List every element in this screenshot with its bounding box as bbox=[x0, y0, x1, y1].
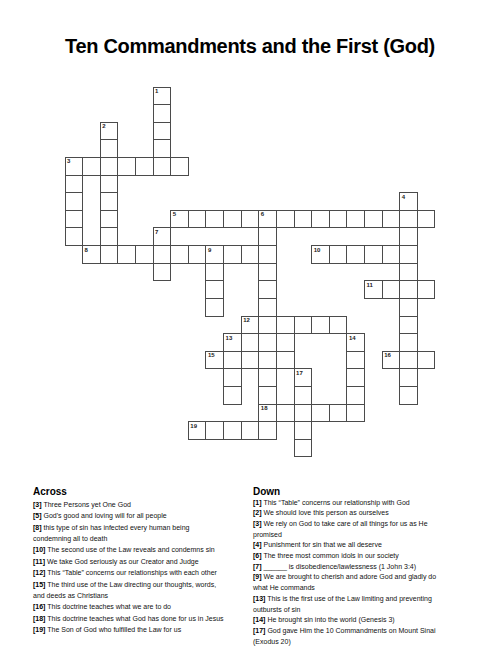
grid-cell-r0c5[interactable]: 1 bbox=[153, 87, 172, 106]
page-title: Ten Commandments and the First (God) bbox=[0, 35, 500, 58]
cell-number-19: 19 bbox=[190, 423, 197, 429]
grid-cell-r13c11[interactable] bbox=[258, 316, 277, 335]
cell-number-2: 2 bbox=[102, 123, 105, 129]
down-header: Down bbox=[253, 486, 280, 497]
cell-number-9: 9 bbox=[208, 247, 211, 253]
clue-line: [15] The third use of the Law directing … bbox=[33, 579, 249, 590]
grid-cell-r7c18[interactable] bbox=[382, 210, 401, 229]
clue-line: [5] God's good and loving will for all p… bbox=[33, 510, 249, 521]
grid-cell-r7c10[interactable] bbox=[241, 210, 260, 229]
grid-cell-r18c13[interactable] bbox=[294, 404, 313, 423]
grid-cell-r13c19[interactable] bbox=[399, 316, 418, 335]
grid-cell-r9c19[interactable] bbox=[399, 245, 418, 264]
clue-line: [7] ______ is disobedience/lawlessness (… bbox=[253, 562, 477, 573]
grid-cell-r15c8[interactable]: 15 bbox=[205, 351, 224, 370]
grid-cell-r5c0[interactable] bbox=[65, 175, 84, 194]
grid-cell-r14c12[interactable] bbox=[276, 333, 295, 352]
clue-down-17: [17] God gave Him the 10 Commandments on… bbox=[253, 626, 477, 647]
grid-cell-r19c13[interactable] bbox=[294, 421, 313, 440]
grid-cell-r9c15[interactable] bbox=[329, 245, 348, 264]
grid-cell-r2c5[interactable] bbox=[153, 122, 172, 141]
grid-cell-r10c5[interactable] bbox=[153, 263, 172, 282]
clue-line: [13] This is the first use of the Law li… bbox=[253, 594, 477, 605]
grid-cell-r19c11[interactable] bbox=[258, 421, 277, 440]
cell-number-4: 4 bbox=[402, 194, 405, 200]
clue-across-5: [5] God's good and loving will for all p… bbox=[33, 510, 249, 521]
clue-down-2: [2] We should love this person as oursel… bbox=[253, 508, 477, 519]
grid-cell-r3c2[interactable] bbox=[100, 139, 119, 158]
grid-cell-r13c12[interactable] bbox=[276, 316, 295, 335]
grid-cell-r4c1[interactable] bbox=[82, 157, 101, 176]
clue-across-16: [16] This doctrine teaches what we are t… bbox=[33, 601, 249, 612]
cell-number-7: 7 bbox=[155, 229, 158, 235]
grid-cell-r7c2[interactable] bbox=[100, 210, 119, 229]
crossword-grid: 12345678910111213141516171819 bbox=[65, 87, 436, 458]
grid-cell-r13c14[interactable] bbox=[311, 316, 330, 335]
grid-cell-r14c11[interactable] bbox=[258, 333, 277, 352]
grid-cell-r7c11[interactable]: 6 bbox=[258, 210, 277, 229]
grid-cell-r9c7[interactable] bbox=[188, 245, 207, 264]
grid-cell-r16c9[interactable] bbox=[223, 368, 242, 387]
grid-cell-r8c2[interactable] bbox=[100, 227, 119, 246]
grid-cell-r15c11[interactable] bbox=[258, 351, 277, 370]
grid-cell-r17c13[interactable] bbox=[294, 386, 313, 405]
grid-cell-r12c19[interactable] bbox=[399, 298, 418, 317]
grid-cell-r15c16[interactable] bbox=[346, 351, 365, 370]
grid-cell-r19c10[interactable] bbox=[241, 421, 260, 440]
cell-number-13: 13 bbox=[226, 335, 233, 341]
grid-cell-r19c8[interactable] bbox=[205, 421, 224, 440]
grid-cell-r5c2[interactable] bbox=[100, 175, 119, 194]
across-header: Across bbox=[33, 486, 67, 497]
grid-cell-r16c13[interactable]: 17 bbox=[294, 368, 313, 387]
clue-line: [16] This doctrine teaches what we are t… bbox=[33, 601, 249, 612]
grid-cell-r7c17[interactable] bbox=[364, 210, 383, 229]
grid-cell-r9c9[interactable] bbox=[223, 245, 242, 264]
grid-cell-r4c0[interactable]: 3 bbox=[65, 157, 84, 176]
grid-cell-r15c19[interactable] bbox=[399, 351, 418, 370]
grid-cell-r15c9[interactable] bbox=[223, 351, 242, 370]
cell-number-15: 15 bbox=[208, 352, 215, 358]
clue-down-9: [9] We are brought to cherish and adore … bbox=[253, 572, 477, 593]
clue-down-13: [13] This is the first use of the Law li… bbox=[253, 594, 477, 615]
clue-across-12: [12] This “Table” concerns our relations… bbox=[33, 567, 249, 578]
clue-line: [6] The three most common idols in our s… bbox=[253, 551, 477, 562]
clue-line-wrap: and deeds as Christians bbox=[33, 590, 249, 601]
clue-line-wrap: condemning all to death bbox=[33, 533, 249, 544]
grid-cell-r18c11[interactable]: 18 bbox=[258, 404, 277, 423]
grid-cell-r15c12[interactable] bbox=[276, 351, 295, 370]
clue-line-wrap: (Exodus 20) bbox=[253, 637, 477, 647]
grid-cell-r7c20[interactable] bbox=[417, 210, 436, 229]
grid-cell-r9c11[interactable] bbox=[258, 245, 277, 264]
grid-cell-r9c8[interactable]: 9 bbox=[205, 245, 224, 264]
grid-cell-r4c5[interactable] bbox=[153, 157, 172, 176]
grid-cell-r9c5[interactable] bbox=[153, 245, 172, 264]
grid-cell-r17c11[interactable] bbox=[258, 386, 277, 405]
grid-cell-r6c0[interactable] bbox=[65, 192, 84, 211]
cell-number-5: 5 bbox=[173, 211, 176, 217]
grid-cell-r9c18[interactable] bbox=[382, 245, 401, 264]
grid-cell-r16c19[interactable] bbox=[399, 368, 418, 387]
grid-cell-r14c10[interactable] bbox=[241, 333, 260, 352]
grid-cell-r17c9[interactable] bbox=[223, 386, 242, 405]
grid-cell-r10c8[interactable] bbox=[205, 263, 224, 282]
grid-cell-r7c9[interactable] bbox=[223, 210, 242, 229]
clue-across-8: [8] this type of sin has infected every … bbox=[33, 522, 249, 545]
grid-cell-r1c5[interactable] bbox=[153, 104, 172, 123]
grid-cell-r9c4[interactable] bbox=[135, 245, 154, 264]
grid-cell-r18c16[interactable] bbox=[346, 404, 365, 423]
grid-cell-r9c17[interactable] bbox=[364, 245, 383, 264]
grid-cell-r10c19[interactable] bbox=[399, 263, 418, 282]
grid-cell-r18c12[interactable] bbox=[276, 404, 295, 423]
clue-across-3: [3] Three Persons yet One God bbox=[33, 499, 249, 510]
grid-cell-r4c3[interactable] bbox=[117, 157, 136, 176]
clue-line: [8] this type of sin has infected every … bbox=[33, 522, 249, 533]
grid-cell-r11c19[interactable] bbox=[399, 280, 418, 299]
grid-cell-r9c10[interactable] bbox=[241, 245, 260, 264]
grid-cell-r7c0[interactable] bbox=[65, 210, 84, 229]
clue-line: [12] This “Table” concerns our relations… bbox=[33, 567, 249, 578]
cell-number-6: 6 bbox=[261, 211, 264, 217]
grid-cell-r19c7[interactable]: 19 bbox=[188, 421, 207, 440]
grid-cell-r3c5[interactable] bbox=[153, 139, 172, 158]
clue-line: [9] We are brought to cherish and adore … bbox=[253, 572, 477, 583]
grid-cell-r9c14[interactable]: 10 bbox=[311, 245, 330, 264]
grid-cell-r15c20[interactable] bbox=[417, 351, 436, 370]
clue-line: [11] We take God seriously as our Creato… bbox=[33, 556, 249, 567]
grid-cell-r13c13[interactable] bbox=[294, 316, 313, 335]
clue-across-18: [18] This doctrine teaches what God has … bbox=[33, 613, 249, 624]
grid-cell-r11c20[interactable] bbox=[417, 280, 436, 299]
grid-cell-r7c19[interactable] bbox=[399, 210, 418, 229]
clue-line-wrap: outbursts of sin bbox=[253, 605, 477, 616]
cell-number-12: 12 bbox=[243, 317, 250, 323]
grid-cell-r18c15[interactable] bbox=[329, 404, 348, 423]
cell-number-1: 1 bbox=[155, 88, 158, 94]
grid-cell-r9c16[interactable] bbox=[346, 245, 365, 264]
clue-line: [17] God gave Him the 10 Commandments on… bbox=[253, 626, 477, 637]
cell-number-14: 14 bbox=[349, 335, 356, 341]
grid-cell-r14c9[interactable]: 13 bbox=[223, 333, 242, 352]
clue-across-19: [19] The Son of God who fulfilled the La… bbox=[33, 624, 249, 635]
grid-cell-r15c18[interactable]: 16 bbox=[382, 351, 401, 370]
clue-line: [14] He brought sin into the world (Gene… bbox=[253, 615, 477, 626]
clue-line: [19] The Son of God who fulfilled the La… bbox=[33, 624, 249, 635]
across-clues: [3] Three Persons yet One God[5] God's g… bbox=[33, 499, 249, 635]
clue-line: [2] We should love this person as oursel… bbox=[253, 508, 477, 519]
grid-cell-r7c6[interactable]: 5 bbox=[170, 210, 189, 229]
down-clues: [1] This “Table” concerns our relationsh… bbox=[253, 498, 477, 647]
clue-down-14: [14] He brought sin into the world (Gene… bbox=[253, 615, 477, 626]
grid-cell-r4c4[interactable] bbox=[135, 157, 154, 176]
grid-cell-r20c13[interactable] bbox=[294, 439, 313, 458]
clue-line-wrap: what He commands bbox=[253, 583, 477, 594]
clue-across-11: [11] We take God seriously as our Creato… bbox=[33, 556, 249, 567]
grid-cell-r7c14[interactable] bbox=[311, 210, 330, 229]
grid-cell-r11c17[interactable]: 11 bbox=[364, 280, 383, 299]
grid-cell-r9c6[interactable] bbox=[170, 245, 189, 264]
grid-cell-r7c7[interactable] bbox=[188, 210, 207, 229]
grid-cell-r7c13[interactable] bbox=[294, 210, 313, 229]
cell-number-3: 3 bbox=[67, 158, 70, 164]
clue-across-15: [15] The third use of the Law directing … bbox=[33, 579, 249, 602]
clue-down-1: [1] This “Table” concerns our relationsh… bbox=[253, 498, 477, 509]
grid-cell-r8c0[interactable] bbox=[65, 227, 84, 246]
grid-cell-r16c16[interactable] bbox=[346, 368, 365, 387]
grid-cell-r7c15[interactable] bbox=[329, 210, 348, 229]
clue-down-3: [3] We rely on God to take care of all t… bbox=[253, 519, 477, 540]
grid-cell-r14c16[interactable]: 14 bbox=[346, 333, 365, 352]
grid-cell-r12c8[interactable] bbox=[205, 298, 224, 317]
clue-line-wrap: promised bbox=[253, 530, 477, 541]
clue-across-10: [10] The second use of the Law reveals a… bbox=[33, 544, 249, 555]
cell-number-17: 17 bbox=[296, 370, 303, 376]
grid-cell-r4c6[interactable] bbox=[170, 157, 189, 176]
grid-cell-r8c19[interactable] bbox=[399, 227, 418, 246]
cell-number-18: 18 bbox=[261, 405, 268, 411]
clue-down-6: [6] The three most common idols in our s… bbox=[253, 551, 477, 562]
cell-number-11: 11 bbox=[367, 282, 373, 288]
clue-down-4: [4] Punishment for sin that we all deser… bbox=[253, 540, 477, 551]
grid-cell-r13c10[interactable]: 12 bbox=[241, 316, 260, 335]
clue-line: [1] This “Table” concerns our relationsh… bbox=[253, 498, 477, 509]
grid-cell-r11c8[interactable] bbox=[205, 280, 224, 299]
grid-cell-r19c9[interactable] bbox=[223, 421, 242, 440]
grid-cell-r8c5[interactable]: 7 bbox=[153, 227, 172, 246]
grid-cell-r17c19[interactable] bbox=[399, 386, 418, 405]
grid-cell-r11c11[interactable] bbox=[258, 280, 277, 299]
grid-cell-r9c2[interactable] bbox=[100, 245, 119, 264]
grid-cell-r14c19[interactable] bbox=[399, 333, 418, 352]
grid-cell-r8c11[interactable] bbox=[258, 227, 277, 246]
cell-number-16: 16 bbox=[384, 352, 391, 358]
grid-cell-r17c16[interactable] bbox=[346, 386, 365, 405]
grid-cell-r4c2[interactable] bbox=[100, 157, 119, 176]
grid-cell-r10c11[interactable] bbox=[258, 263, 277, 282]
grid-cell-r13c15[interactable] bbox=[329, 316, 348, 335]
grid-cell-r9c1[interactable]: 8 bbox=[82, 245, 101, 264]
grid-cell-r12c11[interactable] bbox=[258, 298, 277, 317]
grid-cell-r6c2[interactable] bbox=[100, 192, 119, 211]
clue-line: [10] The second use of the Law reveals a… bbox=[33, 544, 249, 555]
grid-cell-r9c3[interactable] bbox=[117, 245, 136, 264]
grid-cell-r7c12[interactable] bbox=[276, 210, 295, 229]
grid-cell-r11c18[interactable] bbox=[382, 280, 401, 299]
cell-number-10: 10 bbox=[314, 247, 321, 253]
grid-cell-r18c14[interactable] bbox=[311, 404, 330, 423]
grid-cell-r2c2[interactable]: 2 bbox=[100, 122, 119, 141]
grid-cell-r16c11[interactable] bbox=[258, 368, 277, 387]
grid-cell-r15c10[interactable] bbox=[241, 351, 260, 370]
clue-line: [18] This doctrine teaches what God has … bbox=[33, 613, 249, 624]
grid-cell-r7c8[interactable] bbox=[205, 210, 224, 229]
grid-cell-r7c16[interactable] bbox=[346, 210, 365, 229]
cell-number-8: 8 bbox=[85, 247, 88, 253]
grid-cell-r6c19[interactable]: 4 bbox=[399, 192, 418, 211]
clue-line: [3] Three Persons yet One God bbox=[33, 499, 249, 510]
clue-line: [3] We rely on God to take care of all t… bbox=[253, 519, 477, 530]
clue-down-7: [7] ______ is disobedience/lawlessness (… bbox=[253, 562, 477, 573]
clue-line: [4] Punishment for sin that we all deser… bbox=[253, 540, 477, 551]
